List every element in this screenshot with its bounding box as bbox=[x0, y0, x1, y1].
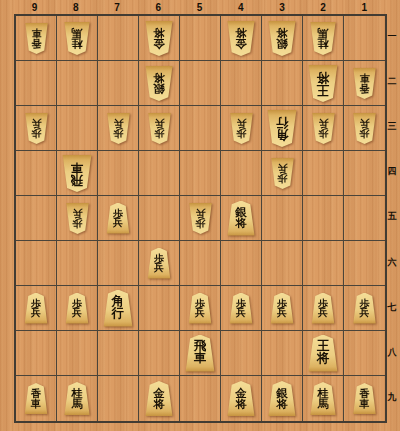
piece-kanji: 将 bbox=[153, 27, 165, 38]
square-3-8[interactable] bbox=[262, 331, 303, 376]
piece-wrapper: 歩兵 bbox=[65, 203, 90, 234]
square-6-8[interactable] bbox=[139, 331, 180, 376]
square-1-8[interactable] bbox=[344, 331, 385, 376]
piece-kanji: 将 bbox=[317, 71, 330, 83]
file-label-5: 5 bbox=[179, 2, 220, 13]
gote-lance[interactable]: 香車 bbox=[24, 23, 49, 54]
piece-kanji: 兵 bbox=[154, 263, 164, 273]
piece-wrapper: 歩兵 bbox=[188, 293, 213, 324]
piece-kanji: 兵 bbox=[72, 308, 82, 318]
square-2-4[interactable] bbox=[303, 151, 344, 196]
rank-label-3: 三 bbox=[384, 104, 400, 149]
gote-pawn[interactable]: 歩兵 bbox=[24, 113, 49, 144]
square-4-4[interactable] bbox=[221, 151, 262, 196]
square-3-2[interactable] bbox=[262, 61, 303, 106]
piece-wrapper: 飛車 bbox=[184, 335, 216, 372]
sente-bishop[interactable]: 角行 bbox=[102, 290, 134, 327]
square-6-1[interactable]: 金将 bbox=[139, 16, 180, 61]
square-6-9[interactable]: 金将 bbox=[139, 376, 180, 421]
square-1-9[interactable]: 香車 bbox=[344, 376, 385, 421]
file-label-3: 3 bbox=[261, 2, 302, 13]
sente-pawn[interactable]: 歩兵 bbox=[106, 203, 131, 234]
file-label-8: 8 bbox=[55, 2, 96, 13]
piece-kanji: 兵 bbox=[236, 119, 246, 129]
piece-wrapper: 歩兵 bbox=[106, 203, 131, 234]
piece-wrapper: 歩兵 bbox=[270, 158, 295, 189]
piece-kanji: 桂 bbox=[72, 38, 83, 48]
piece-wrapper: 歩兵 bbox=[188, 203, 213, 234]
piece-kanji: 兵 bbox=[31, 119, 41, 129]
square-1-4[interactable] bbox=[344, 151, 385, 196]
piece-kanji: 兵 bbox=[277, 308, 287, 318]
sente-silver[interactable]: 銀将 bbox=[226, 201, 256, 236]
piece-kanji: 将 bbox=[235, 218, 247, 229]
gote-lance[interactable]: 香車 bbox=[352, 68, 377, 99]
piece-wrapper: 桂馬 bbox=[63, 22, 91, 55]
piece-wrapper: 香車 bbox=[24, 23, 49, 54]
sente-gold[interactable]: 金将 bbox=[144, 381, 174, 416]
gote-gold[interactable]: 金将 bbox=[226, 21, 256, 56]
piece-kanji: 歩 bbox=[318, 128, 328, 138]
piece-kanji: 銀 bbox=[276, 38, 288, 49]
square-7-8[interactable] bbox=[98, 331, 139, 376]
square-2-5[interactable] bbox=[303, 196, 344, 241]
square-5-2[interactable] bbox=[180, 61, 221, 106]
piece-wrapper: 銀将 bbox=[267, 381, 297, 416]
piece-wrapper: 桂馬 bbox=[63, 382, 91, 415]
square-1-7[interactable]: 歩兵 bbox=[344, 286, 385, 331]
square-3-3[interactable]: 角行 bbox=[262, 106, 303, 151]
piece-kanji: 将 bbox=[276, 399, 288, 410]
square-8-5[interactable]: 歩兵 bbox=[57, 196, 98, 241]
file-label-4: 4 bbox=[220, 2, 261, 13]
square-7-7[interactable]: 角行 bbox=[98, 286, 139, 331]
square-8-6[interactable] bbox=[57, 241, 98, 286]
sente-knight[interactable]: 桂馬 bbox=[63, 382, 91, 415]
square-9-7[interactable]: 歩兵 bbox=[16, 286, 57, 331]
piece-kanji: 将 bbox=[235, 399, 247, 410]
square-2-7[interactable]: 歩兵 bbox=[303, 286, 344, 331]
square-3-9[interactable]: 銀将 bbox=[262, 376, 303, 421]
square-4-5[interactable]: 銀将 bbox=[221, 196, 262, 241]
square-7-5[interactable]: 歩兵 bbox=[98, 196, 139, 241]
square-8-7[interactable]: 歩兵 bbox=[57, 286, 98, 331]
square-5-8[interactable]: 飛車 bbox=[180, 331, 221, 376]
square-2-8[interactable]: 王将 bbox=[303, 331, 344, 376]
rank-label-7: 七 bbox=[384, 285, 400, 330]
piece-kanji: 兵 bbox=[195, 209, 205, 219]
square-1-5[interactable] bbox=[344, 196, 385, 241]
square-3-5[interactable] bbox=[262, 196, 303, 241]
square-5-6[interactable] bbox=[180, 241, 221, 286]
gote-rook[interactable]: 飛車 bbox=[61, 155, 93, 192]
piece-kanji: 香 bbox=[360, 83, 370, 93]
rank-labels: 一二三四五六七八九 bbox=[384, 14, 400, 420]
piece-kanji: 兵 bbox=[277, 164, 287, 174]
piece-wrapper: 歩兵 bbox=[147, 113, 172, 144]
square-6-5[interactable] bbox=[139, 196, 180, 241]
square-4-8[interactable] bbox=[221, 331, 262, 376]
square-4-3[interactable]: 歩兵 bbox=[221, 106, 262, 151]
square-9-5[interactable] bbox=[16, 196, 57, 241]
gote-pawn[interactable]: 歩兵 bbox=[352, 113, 377, 144]
piece-wrapper: 香車 bbox=[352, 383, 377, 414]
piece-kanji: 銀 bbox=[276, 388, 288, 399]
file-label-2: 2 bbox=[303, 2, 344, 13]
piece-wrapper: 桂馬 bbox=[309, 382, 337, 415]
rank-label-6: 六 bbox=[384, 240, 400, 285]
piece-wrapper: 歩兵 bbox=[106, 113, 131, 144]
square-9-1[interactable]: 香車 bbox=[16, 16, 57, 61]
square-9-3[interactable]: 歩兵 bbox=[16, 106, 57, 151]
piece-wrapper: 歩兵 bbox=[311, 113, 336, 144]
square-1-2[interactable]: 香車 bbox=[344, 61, 385, 106]
piece-kanji: 行 bbox=[112, 308, 125, 320]
sente-pawn[interactable]: 歩兵 bbox=[270, 293, 295, 324]
square-7-4[interactable] bbox=[98, 151, 139, 196]
piece-wrapper: 歩兵 bbox=[352, 113, 377, 144]
piece-kanji: 兵 bbox=[113, 119, 123, 129]
square-8-4[interactable]: 飛車 bbox=[57, 151, 98, 196]
piece-wrapper: 歩兵 bbox=[352, 293, 377, 324]
square-3-4[interactable]: 歩兵 bbox=[262, 151, 303, 196]
square-4-7[interactable]: 歩兵 bbox=[221, 286, 262, 331]
square-3-6[interactable] bbox=[262, 241, 303, 286]
piece-kanji: 兵 bbox=[31, 308, 41, 318]
piece-wrapper: 歩兵 bbox=[24, 113, 49, 144]
piece-wrapper: 銀将 bbox=[144, 66, 174, 101]
piece-kanji: 馬 bbox=[318, 399, 329, 409]
piece-kanji: 桂 bbox=[318, 38, 329, 48]
file-labels: 987654321 bbox=[14, 0, 385, 14]
piece-kanji: 金 bbox=[153, 38, 165, 49]
sente-pawn[interactable]: 歩兵 bbox=[311, 293, 336, 324]
file-label-7: 7 bbox=[96, 2, 137, 13]
piece-kanji: 車 bbox=[360, 399, 370, 409]
square-6-6[interactable]: 歩兵 bbox=[139, 241, 180, 286]
piece-kanji: 車 bbox=[360, 74, 370, 84]
piece-kanji: 将 bbox=[317, 353, 330, 365]
square-6-2[interactable]: 銀将 bbox=[139, 61, 180, 106]
square-9-4[interactable] bbox=[16, 151, 57, 196]
gote-knight[interactable]: 桂馬 bbox=[63, 22, 91, 55]
piece-kanji: 歩 bbox=[72, 218, 82, 228]
gote-pawn[interactable]: 歩兵 bbox=[311, 113, 336, 144]
piece-kanji: 車 bbox=[71, 161, 84, 173]
gote-pawn[interactable]: 歩兵 bbox=[65, 203, 90, 234]
rank-label-8: 八 bbox=[384, 330, 400, 375]
rank-label-4: 四 bbox=[384, 149, 400, 194]
gote-pawn[interactable]: 歩兵 bbox=[147, 113, 172, 144]
rank-label-2: 二 bbox=[384, 59, 400, 104]
sente-rook[interactable]: 飛車 bbox=[184, 335, 216, 372]
piece-kanji: 行 bbox=[276, 116, 289, 128]
square-2-1[interactable]: 桂馬 bbox=[303, 16, 344, 61]
piece-kanji: 将 bbox=[153, 399, 165, 410]
square-7-2[interactable] bbox=[98, 61, 139, 106]
piece-wrapper: 金将 bbox=[226, 381, 256, 416]
rank-label-9: 九 bbox=[384, 375, 400, 420]
piece-kanji: 兵 bbox=[318, 308, 328, 318]
piece-wrapper: 金将 bbox=[144, 381, 174, 416]
square-8-8[interactable] bbox=[57, 331, 98, 376]
piece-kanji: 歩 bbox=[277, 173, 287, 183]
piece-wrapper: 王将 bbox=[307, 65, 339, 102]
piece-kanji: 歩 bbox=[31, 128, 41, 138]
piece-kanji: 金 bbox=[235, 38, 247, 49]
square-7-6[interactable] bbox=[98, 241, 139, 286]
piece-wrapper: 角行 bbox=[266, 110, 298, 147]
sente-gold[interactable]: 金将 bbox=[226, 381, 256, 416]
piece-kanji: 兵 bbox=[318, 119, 328, 129]
square-5-7[interactable]: 歩兵 bbox=[180, 286, 221, 331]
sente-pawn[interactable]: 歩兵 bbox=[65, 293, 90, 324]
square-8-1[interactable]: 桂馬 bbox=[57, 16, 98, 61]
piece-wrapper: 歩兵 bbox=[24, 293, 49, 324]
square-5-4[interactable] bbox=[180, 151, 221, 196]
shogi-board: 香車桂馬金将金将銀将桂馬銀将王将香車歩兵歩兵歩兵歩兵角行歩兵歩兵飛車歩兵歩兵歩兵… bbox=[14, 14, 387, 423]
gote-gold[interactable]: 金将 bbox=[144, 21, 174, 56]
square-6-7[interactable] bbox=[139, 286, 180, 331]
square-9-9[interactable]: 香車 bbox=[16, 376, 57, 421]
sente-pawn[interactable]: 歩兵 bbox=[352, 293, 377, 324]
square-7-1[interactable] bbox=[98, 16, 139, 61]
sente-lance[interactable]: 香車 bbox=[24, 383, 49, 414]
square-8-9[interactable]: 桂馬 bbox=[57, 376, 98, 421]
piece-kanji: 歩 bbox=[154, 128, 164, 138]
piece-wrapper: 歩兵 bbox=[147, 248, 172, 279]
square-8-2[interactable] bbox=[57, 61, 98, 106]
square-4-6[interactable] bbox=[221, 241, 262, 286]
piece-wrapper: 歩兵 bbox=[229, 293, 254, 324]
sente-lance[interactable]: 香車 bbox=[352, 383, 377, 414]
piece-wrapper: 王将 bbox=[307, 335, 339, 372]
piece-kanji: 車 bbox=[31, 399, 41, 409]
gote-knight[interactable]: 桂馬 bbox=[309, 22, 337, 55]
gote-silver[interactable]: 銀将 bbox=[144, 66, 174, 101]
rank-label-5: 五 bbox=[384, 194, 400, 239]
square-7-3[interactable]: 歩兵 bbox=[98, 106, 139, 151]
piece-kanji: 金 bbox=[153, 388, 165, 399]
gote-pawn[interactable]: 歩兵 bbox=[106, 113, 131, 144]
gote-silver[interactable]: 銀将 bbox=[267, 21, 297, 56]
square-3-7[interactable]: 歩兵 bbox=[262, 286, 303, 331]
sente-silver[interactable]: 銀将 bbox=[267, 381, 297, 416]
piece-wrapper: 金将 bbox=[226, 21, 256, 56]
sente-knight[interactable]: 桂馬 bbox=[309, 382, 337, 415]
piece-kanji: 兵 bbox=[154, 119, 164, 129]
square-4-1[interactable]: 金将 bbox=[221, 16, 262, 61]
piece-kanji: 兵 bbox=[236, 308, 246, 318]
square-5-3[interactable] bbox=[180, 106, 221, 151]
piece-kanji: 兵 bbox=[360, 119, 370, 129]
sente-king[interactable]: 王将 bbox=[307, 335, 339, 372]
square-6-3[interactable]: 歩兵 bbox=[139, 106, 180, 151]
piece-wrapper: 香車 bbox=[24, 383, 49, 414]
square-3-1[interactable]: 銀将 bbox=[262, 16, 303, 61]
piece-kanji: 歩 bbox=[195, 218, 205, 228]
piece-wrapper: 銀将 bbox=[226, 201, 256, 236]
piece-wrapper: 角行 bbox=[102, 290, 134, 327]
square-5-1[interactable] bbox=[180, 16, 221, 61]
gote-pawn[interactable]: 歩兵 bbox=[188, 203, 213, 234]
piece-kanji: 馬 bbox=[72, 28, 83, 38]
piece-kanji: 歩 bbox=[236, 128, 246, 138]
square-2-3[interactable]: 歩兵 bbox=[303, 106, 344, 151]
square-9-6[interactable] bbox=[16, 241, 57, 286]
square-4-9[interactable]: 金将 bbox=[221, 376, 262, 421]
piece-kanji: 桂 bbox=[72, 388, 83, 398]
sente-pawn[interactable]: 歩兵 bbox=[188, 293, 213, 324]
gote-pawn[interactable]: 歩兵 bbox=[270, 158, 295, 189]
piece-kanji: 将 bbox=[235, 27, 247, 38]
piece-kanji: 桂 bbox=[318, 388, 329, 398]
shogi-app: 987654321 香車桂馬金将金将銀将桂馬銀将王将香車歩兵歩兵歩兵歩兵角行歩兵… bbox=[0, 0, 400, 431]
square-6-4[interactable] bbox=[139, 151, 180, 196]
piece-kanji: 将 bbox=[276, 27, 288, 38]
piece-wrapper: 歩兵 bbox=[311, 293, 336, 324]
square-5-5[interactable]: 歩兵 bbox=[180, 196, 221, 241]
sente-pawn[interactable]: 歩兵 bbox=[229, 293, 254, 324]
piece-kanji: 馬 bbox=[318, 28, 329, 38]
sente-pawn[interactable]: 歩兵 bbox=[147, 248, 172, 279]
piece-wrapper: 歩兵 bbox=[229, 113, 254, 144]
piece-kanji: 車 bbox=[194, 353, 207, 365]
square-4-2[interactable] bbox=[221, 61, 262, 106]
gote-pawn[interactable]: 歩兵 bbox=[229, 113, 254, 144]
piece-kanji: 歩 bbox=[360, 128, 370, 138]
piece-kanji: 車 bbox=[31, 29, 41, 39]
piece-kanji: 兵 bbox=[360, 308, 370, 318]
piece-wrapper: 飛車 bbox=[61, 155, 93, 192]
gote-bishop[interactable]: 角行 bbox=[266, 110, 298, 147]
square-5-9[interactable] bbox=[180, 376, 221, 421]
piece-kanji: 兵 bbox=[195, 308, 205, 318]
square-9-2[interactable] bbox=[16, 61, 57, 106]
piece-kanji: 兵 bbox=[113, 218, 123, 228]
square-2-2[interactable]: 王将 bbox=[303, 61, 344, 106]
square-8-3[interactable] bbox=[57, 106, 98, 151]
square-2-6[interactable] bbox=[303, 241, 344, 286]
piece-kanji: 兵 bbox=[72, 209, 82, 219]
square-1-6[interactable] bbox=[344, 241, 385, 286]
piece-wrapper: 歩兵 bbox=[65, 293, 90, 324]
square-1-1[interactable] bbox=[344, 16, 385, 61]
rank-label-1: 一 bbox=[384, 14, 400, 59]
piece-kanji: 将 bbox=[153, 72, 165, 83]
piece-wrapper: 歩兵 bbox=[270, 293, 295, 324]
piece-wrapper: 銀将 bbox=[267, 21, 297, 56]
file-label-6: 6 bbox=[138, 2, 179, 13]
file-label-9: 9 bbox=[14, 2, 55, 13]
piece-wrapper: 香車 bbox=[352, 68, 377, 99]
gote-king[interactable]: 王将 bbox=[307, 65, 339, 102]
piece-kanji: 馬 bbox=[72, 399, 83, 409]
piece-kanji: 金 bbox=[235, 388, 247, 399]
file-label-1: 1 bbox=[344, 2, 385, 13]
square-1-3[interactable]: 歩兵 bbox=[344, 106, 385, 151]
square-7-9[interactable] bbox=[98, 376, 139, 421]
sente-pawn[interactable]: 歩兵 bbox=[24, 293, 49, 324]
piece-wrapper: 桂馬 bbox=[309, 22, 337, 55]
piece-wrapper: 金将 bbox=[144, 21, 174, 56]
piece-kanji: 銀 bbox=[153, 83, 165, 94]
piece-kanji: 香 bbox=[31, 38, 41, 48]
square-2-9[interactable]: 桂馬 bbox=[303, 376, 344, 421]
piece-kanji: 歩 bbox=[113, 128, 123, 138]
square-9-8[interactable] bbox=[16, 331, 57, 376]
